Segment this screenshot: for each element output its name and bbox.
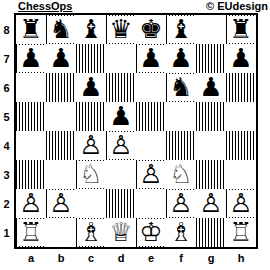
white-pawn-e3: ♙	[138, 161, 164, 188]
square-g5	[196, 102, 226, 131]
square-g4	[196, 131, 226, 160]
square-g1	[196, 218, 226, 247]
square-b8: ♞	[46, 15, 76, 44]
black-queen-d8: ♛	[108, 16, 134, 43]
black-pawn-e7: ♟	[138, 45, 164, 72]
chessops-link[interactable]: ChessOps	[18, 0, 72, 12]
file-label-c: c	[76, 250, 106, 265]
white-pawn-d4: ♙	[108, 132, 134, 159]
file-label-d: d	[106, 250, 136, 265]
square-g7	[196, 44, 226, 73]
credit-text: © EUdesign	[206, 0, 268, 12]
square-h7: ♟	[226, 44, 256, 73]
square-c7	[76, 44, 106, 73]
square-h6	[226, 73, 256, 102]
square-c6: ♟	[76, 73, 106, 102]
rank-label-1: 1	[0, 218, 13, 247]
white-pawn-g2: ♙	[198, 190, 224, 217]
square-f4	[166, 131, 196, 160]
square-b3	[46, 160, 76, 189]
square-a2: ♙	[16, 189, 46, 218]
white-pawn-a2: ♙	[18, 190, 44, 217]
square-d7	[106, 44, 136, 73]
square-g6: ♟	[196, 73, 226, 102]
square-a1: ♖	[16, 218, 46, 247]
square-h1: ♖	[226, 218, 256, 247]
square-f1: ♗	[166, 218, 196, 247]
square-c1: ♗	[76, 218, 106, 247]
file-label-f: f	[166, 250, 196, 265]
square-c2	[76, 189, 106, 218]
square-d3	[106, 160, 136, 189]
square-f6: ♞	[166, 73, 196, 102]
black-pawn-h7: ♟	[228, 45, 254, 72]
white-pawn-c4: ♙	[78, 132, 104, 159]
square-e7: ♟	[136, 44, 166, 73]
square-e1: ♔	[136, 218, 166, 247]
black-pawn-f7: ♟	[168, 45, 194, 72]
square-d5: ♟	[106, 102, 136, 131]
square-e4	[136, 131, 166, 160]
square-d8: ♛	[106, 15, 136, 44]
white-rook-h1: ♖	[228, 219, 254, 246]
black-pawn-d5: ♟	[108, 103, 134, 130]
square-g3	[196, 160, 226, 189]
rank-label-6: 6	[0, 73, 13, 102]
black-king-e8: ♚	[138, 16, 164, 43]
file-label-a: a	[16, 250, 46, 265]
square-a3	[16, 160, 46, 189]
square-b1	[46, 218, 76, 247]
square-c8: ♝	[76, 15, 106, 44]
square-a7: ♟	[16, 44, 46, 73]
square-b6	[46, 73, 76, 102]
white-king-e1: ♔	[138, 219, 164, 246]
white-bishop-c1: ♗	[78, 219, 104, 246]
white-pawn-f2: ♙	[168, 190, 194, 217]
white-knight-c3: ♘	[78, 161, 104, 188]
square-g8	[196, 15, 226, 44]
rank-labels: 87654321	[0, 15, 13, 247]
square-d2	[106, 189, 136, 218]
square-h4	[226, 131, 256, 160]
black-pawn-a7: ♟	[18, 45, 44, 72]
black-bishop-f8: ♝	[168, 16, 194, 43]
square-c5	[76, 102, 106, 131]
black-pawn-b7: ♟	[48, 45, 74, 72]
file-label-h: h	[226, 250, 256, 265]
square-f5	[166, 102, 196, 131]
square-b4	[46, 131, 76, 160]
square-a8: ♜	[16, 15, 46, 44]
rank-label-8: 8	[0, 15, 13, 44]
square-f7: ♟	[166, 44, 196, 73]
square-c4: ♙	[76, 131, 106, 160]
black-knight-b8: ♞	[48, 16, 74, 43]
rank-label-4: 4	[0, 131, 13, 160]
square-f3: ♘	[166, 160, 196, 189]
white-bishop-f1: ♗	[168, 219, 194, 246]
black-rook-a8: ♜	[18, 16, 44, 43]
square-a4	[16, 131, 46, 160]
square-h5	[226, 102, 256, 131]
square-h2: ♙	[226, 189, 256, 218]
white-queen-d1: ♕	[108, 219, 134, 246]
board: ♜♞♝♛♚♝♜♟♟♟♟♟♟♞♟♟♙♙♘♙♘♙♙♙♙♙♖♗♕♔♗♖	[16, 15, 256, 247]
rank-label-2: 2	[0, 189, 13, 218]
square-g2: ♙	[196, 189, 226, 218]
square-a5	[16, 102, 46, 131]
file-label-b: b	[46, 250, 76, 265]
square-f2: ♙	[166, 189, 196, 218]
white-rook-a1: ♖	[18, 219, 44, 246]
black-knight-f6: ♞	[168, 74, 194, 101]
file-labels: abcdefgh	[16, 250, 256, 265]
square-h3	[226, 160, 256, 189]
square-b7: ♟	[46, 44, 76, 73]
square-a6	[16, 73, 46, 102]
white-knight-f3: ♘	[168, 161, 194, 188]
square-d1: ♕	[106, 218, 136, 247]
file-label-e: e	[136, 250, 166, 265]
file-label-g: g	[196, 250, 226, 265]
square-c3: ♘	[76, 160, 106, 189]
square-e6	[136, 73, 166, 102]
square-b5	[46, 102, 76, 131]
square-e5	[136, 102, 166, 131]
square-e8: ♚	[136, 15, 166, 44]
white-pawn-b2: ♙	[48, 190, 74, 217]
square-f8: ♝	[166, 15, 196, 44]
square-e3: ♙	[136, 160, 166, 189]
square-h8: ♜	[226, 15, 256, 44]
black-rook-h8: ♜	[228, 16, 254, 43]
black-bishop-c8: ♝	[78, 16, 104, 43]
square-d4: ♙	[106, 131, 136, 160]
black-pawn-g6: ♟	[198, 74, 224, 101]
rank-label-3: 3	[0, 160, 13, 189]
square-b2: ♙	[46, 189, 76, 218]
rank-label-7: 7	[0, 44, 13, 73]
square-e2	[136, 189, 166, 218]
board-frame: ♜♞♝♛♚♝♜♟♟♟♟♟♟♞♟♟♙♙♘♙♘♙♙♙♙♙♖♗♕♔♗♖	[14, 13, 258, 249]
header: ChessOps © EUdesign	[0, 0, 270, 13]
black-pawn-c6: ♟	[78, 74, 104, 101]
rank-label-5: 5	[0, 102, 13, 131]
square-d6	[106, 73, 136, 102]
white-pawn-h2: ♙	[228, 190, 254, 217]
